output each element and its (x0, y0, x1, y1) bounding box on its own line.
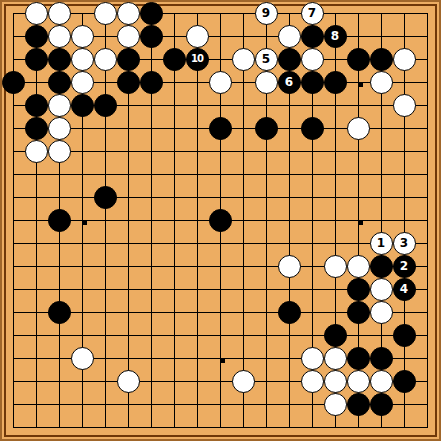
stone-white (232, 48, 255, 71)
move-number-label: 5 (262, 53, 270, 65)
stone-white (48, 2, 71, 25)
stone-move-3: 3 (393, 232, 416, 255)
stone-black (370, 255, 393, 278)
stone-white (370, 278, 393, 301)
stone-black (255, 117, 278, 140)
stone-white (370, 71, 393, 94)
go-board: 97810561324 (0, 0, 441, 441)
stone-move-9: 9 (255, 2, 278, 25)
stone-black (347, 48, 370, 71)
stone-white (94, 2, 117, 25)
stone-white (347, 117, 370, 140)
stone-white (301, 48, 324, 71)
stone-white (347, 370, 370, 393)
stone-black (2, 71, 25, 94)
stone-black (278, 48, 301, 71)
stone-black (393, 324, 416, 347)
stone-move-6: 6 (278, 71, 301, 94)
stone-white (117, 25, 140, 48)
stone-white (48, 25, 71, 48)
stone-black (370, 48, 393, 71)
stone-black (25, 25, 48, 48)
stone-black (347, 278, 370, 301)
move-number-label: 3 (400, 237, 408, 249)
stone-black (25, 94, 48, 117)
stone-black (94, 186, 117, 209)
stone-white (71, 71, 94, 94)
stone-black (25, 48, 48, 71)
stone-black (278, 301, 301, 324)
stone-black (301, 117, 324, 140)
stone-white (301, 347, 324, 370)
stone-black (209, 209, 232, 232)
stone-black (117, 71, 140, 94)
stone-black (347, 393, 370, 416)
stone-move-5: 5 (255, 48, 278, 71)
stone-move-10: 10 (186, 48, 209, 71)
stone-black (48, 71, 71, 94)
stone-black (140, 71, 163, 94)
stone-white (232, 370, 255, 393)
stone-white (48, 94, 71, 117)
stone-black (48, 48, 71, 71)
stone-black (347, 347, 370, 370)
stone-black (393, 370, 416, 393)
stone-black (324, 324, 347, 347)
stone-white (324, 347, 347, 370)
stone-white (255, 71, 278, 94)
stone-white (393, 94, 416, 117)
stone-white (25, 140, 48, 163)
move-number-label: 1 (377, 237, 385, 249)
stone-black (117, 48, 140, 71)
stone-white (278, 255, 301, 278)
move-number-label: 6 (285, 76, 293, 88)
move-number-label: 9 (262, 7, 270, 19)
stone-white (117, 370, 140, 393)
stone-black (370, 347, 393, 370)
stone-white (324, 255, 347, 278)
stone-white (370, 301, 393, 324)
stone-black (48, 301, 71, 324)
move-number-label: 7 (308, 7, 316, 19)
stone-black (163, 48, 186, 71)
stone-black (370, 393, 393, 416)
stone-black (94, 94, 117, 117)
stone-white (347, 255, 370, 278)
stone-black (48, 209, 71, 232)
stone-white (117, 2, 140, 25)
stone-black (301, 25, 324, 48)
stone-white (370, 370, 393, 393)
move-number-label: 8 (331, 30, 339, 42)
stone-black (347, 301, 370, 324)
stone-white (94, 48, 117, 71)
stone-black (324, 71, 347, 94)
stone-white (48, 140, 71, 163)
stone-black (140, 2, 163, 25)
stone-black (209, 117, 232, 140)
go-board-grid[interactable]: 97810561324 (2, 2, 439, 439)
stone-white (71, 25, 94, 48)
move-number-label: 4 (400, 283, 408, 295)
stone-white (209, 71, 232, 94)
stone-move-2: 2 (393, 255, 416, 278)
stone-white (324, 370, 347, 393)
stone-white (186, 25, 209, 48)
stone-black (140, 25, 163, 48)
stone-white (25, 2, 48, 25)
stone-black (71, 94, 94, 117)
move-number-label: 10 (191, 54, 203, 64)
stone-black (25, 117, 48, 140)
stone-black (301, 71, 324, 94)
move-number-label: 2 (400, 260, 408, 272)
stone-white (278, 25, 301, 48)
stone-white (71, 347, 94, 370)
stone-move-7: 7 (301, 2, 324, 25)
stone-white (48, 117, 71, 140)
stone-move-4: 4 (393, 278, 416, 301)
stone-white (393, 48, 416, 71)
stone-move-8: 8 (324, 25, 347, 48)
stone-white (324, 393, 347, 416)
stone-white (71, 48, 94, 71)
stone-move-1: 1 (370, 232, 393, 255)
stone-white (301, 370, 324, 393)
